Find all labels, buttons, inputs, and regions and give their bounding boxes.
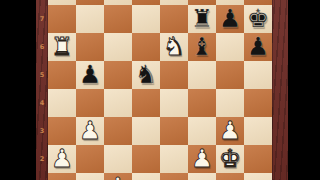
square-b5: ♟ xyxy=(76,61,104,89)
square-d2 xyxy=(132,145,160,173)
square-h1 xyxy=(244,173,272,180)
square-a2: ♟ xyxy=(48,145,76,173)
piece-white-king: ♚ xyxy=(219,145,241,173)
square-b2 xyxy=(76,145,104,173)
piece-white-pawn: ♟ xyxy=(219,117,241,145)
square-d5: ♞ xyxy=(132,61,160,89)
square-c4 xyxy=(104,89,132,117)
piece-black-pawn: ♟ xyxy=(247,33,269,61)
piece-black-pawn: ♟ xyxy=(79,61,101,89)
square-g6 xyxy=(216,33,244,61)
square-f4 xyxy=(188,89,216,117)
square-h5 xyxy=(244,61,272,89)
rank-label-7: 7 xyxy=(36,5,48,33)
square-e2 xyxy=(160,145,188,173)
square-h4 xyxy=(244,89,272,117)
piece-white-bishop: ♝ xyxy=(107,173,129,180)
piece-white-pawn: ♟ xyxy=(79,117,101,145)
square-h3 xyxy=(244,117,272,145)
square-b7 xyxy=(76,5,104,33)
square-f1 xyxy=(188,173,216,180)
chess-board: ♜♟♚♜♞♝♟♟♞♟♟♟♟♚♝ 765432 xyxy=(36,0,288,180)
square-b1 xyxy=(76,173,104,180)
square-f6: ♝ xyxy=(188,33,216,61)
square-g7: ♟ xyxy=(216,5,244,33)
rank-label-6: 6 xyxy=(36,33,48,61)
square-b3: ♟ xyxy=(76,117,104,145)
rank-label-5: 5 xyxy=(36,61,48,89)
square-a3 xyxy=(48,117,76,145)
square-d1 xyxy=(132,173,160,180)
square-g4 xyxy=(216,89,244,117)
piece-black-rook: ♜ xyxy=(191,5,213,33)
square-f3 xyxy=(188,117,216,145)
piece-black-knight: ♞ xyxy=(135,61,157,89)
rank-label-4: 4 xyxy=(36,89,48,117)
rank-label-2: 2 xyxy=(36,145,48,173)
square-g2: ♚ xyxy=(216,145,244,173)
piece-white-knight: ♞ xyxy=(163,33,185,61)
square-a1 xyxy=(48,173,76,180)
square-e4 xyxy=(160,89,188,117)
square-c2 xyxy=(104,145,132,173)
piece-black-pawn: ♟ xyxy=(219,5,241,33)
square-c6 xyxy=(104,33,132,61)
square-f5 xyxy=(188,61,216,89)
square-e6: ♞ xyxy=(160,33,188,61)
square-d7 xyxy=(132,5,160,33)
square-c5 xyxy=(104,61,132,89)
square-e3 xyxy=(160,117,188,145)
square-d3 xyxy=(132,117,160,145)
square-e5 xyxy=(160,61,188,89)
square-g3: ♟ xyxy=(216,117,244,145)
square-c1: ♝ xyxy=(104,173,132,180)
square-d4 xyxy=(132,89,160,117)
square-a7 xyxy=(48,5,76,33)
square-d6 xyxy=(132,33,160,61)
square-e7 xyxy=(160,5,188,33)
square-f2: ♟ xyxy=(188,145,216,173)
square-a4 xyxy=(48,89,76,117)
square-b6 xyxy=(76,33,104,61)
rank-label-3: 3 xyxy=(36,117,48,145)
piece-white-pawn: ♟ xyxy=(51,145,73,173)
square-g5 xyxy=(216,61,244,89)
video-frame: ♜♟♚♜♞♝♟♟♞♟♟♟♟♚♝ 765432 xyxy=(0,0,320,180)
square-h7: ♚ xyxy=(244,5,272,33)
piece-white-rook: ♜ xyxy=(51,33,73,61)
board-grid: ♜♟♚♜♞♝♟♟♞♟♟♟♟♚♝ xyxy=(48,0,272,180)
square-b4 xyxy=(76,89,104,117)
square-h2 xyxy=(244,145,272,173)
square-a6: ♜ xyxy=(48,33,76,61)
square-h6: ♟ xyxy=(244,33,272,61)
square-g1 xyxy=(216,173,244,180)
piece-black-bishop: ♝ xyxy=(191,33,213,61)
piece-black-king: ♚ xyxy=(247,5,269,33)
square-a5 xyxy=(48,61,76,89)
square-f7: ♜ xyxy=(188,5,216,33)
piece-white-pawn: ♟ xyxy=(191,145,213,173)
square-c7 xyxy=(104,5,132,33)
square-e1 xyxy=(160,173,188,180)
square-c3 xyxy=(104,117,132,145)
